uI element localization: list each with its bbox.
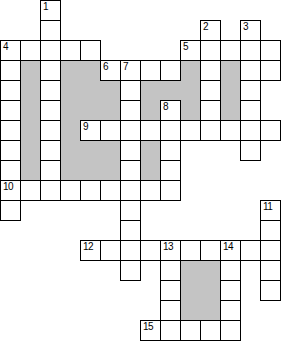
cell[interactable] (220, 320, 241, 341)
cell[interactable] (220, 300, 241, 321)
shaded-cell[interactable] (20, 80, 41, 101)
cell[interactable] (80, 40, 101, 61)
cell[interactable] (180, 120, 201, 141)
shaded-cell[interactable] (140, 80, 161, 101)
cell[interactable] (160, 160, 181, 181)
cell[interactable] (80, 180, 101, 201)
shaded-cell[interactable] (60, 160, 81, 181)
cell[interactable] (200, 240, 221, 261)
shaded-cell[interactable] (180, 280, 201, 301)
cell[interactable]: 14 (220, 240, 241, 261)
cell[interactable] (120, 240, 141, 261)
cell[interactable] (120, 100, 141, 121)
shaded-cell[interactable] (20, 140, 41, 161)
shaded-cell[interactable] (80, 80, 101, 101)
shaded-cell[interactable] (200, 260, 221, 281)
cell[interactable] (0, 200, 21, 221)
cell[interactable] (120, 200, 141, 221)
shaded-cell[interactable] (100, 100, 121, 121)
clue-number: 11 (263, 202, 272, 211)
cell[interactable] (40, 180, 61, 201)
cell[interactable] (0, 100, 21, 121)
cell[interactable]: 5 (180, 40, 201, 61)
clue-number: 5 (183, 42, 188, 51)
shaded-cell[interactable] (20, 100, 41, 121)
cell[interactable] (200, 100, 221, 121)
cell[interactable] (260, 240, 281, 261)
cell[interactable] (40, 160, 61, 181)
cell[interactable] (40, 40, 61, 61)
cell[interactable] (120, 120, 141, 141)
clue-number: 1 (43, 2, 48, 11)
cell[interactable] (240, 80, 261, 101)
shaded-cell[interactable] (140, 160, 161, 181)
cell[interactable] (200, 120, 221, 141)
clue-number: 10 (3, 182, 13, 191)
shaded-cell[interactable] (180, 60, 201, 81)
cell[interactable] (60, 40, 81, 61)
cell[interactable]: 15 (140, 320, 161, 341)
cell[interactable]: 9 (80, 120, 101, 141)
shaded-cell[interactable] (20, 160, 41, 181)
shaded-cell[interactable] (60, 120, 81, 141)
cell[interactable]: 1 (40, 0, 61, 21)
cell[interactable] (40, 120, 61, 141)
cell[interactable] (160, 280, 181, 301)
cell[interactable] (180, 240, 201, 261)
cell[interactable] (160, 120, 181, 141)
crossword-grid: 123456789101112131415 (0, 0, 281, 341)
shaded-cell[interactable] (140, 140, 161, 161)
cell[interactable]: 13 (160, 240, 181, 261)
shaded-cell[interactable] (180, 100, 201, 121)
cell[interactable] (40, 100, 61, 121)
cell[interactable] (0, 120, 21, 141)
cell[interactable] (200, 80, 221, 101)
cell[interactable] (160, 60, 181, 81)
cell[interactable] (160, 300, 181, 321)
clue-number: 14 (223, 242, 233, 251)
shaded-cell[interactable] (200, 300, 221, 321)
cell[interactable]: 4 (0, 40, 21, 61)
cell[interactable] (0, 80, 21, 101)
cell[interactable] (240, 40, 261, 61)
cell[interactable] (200, 40, 221, 61)
shaded-cell[interactable] (100, 80, 121, 101)
cell[interactable]: 8 (160, 100, 181, 121)
shaded-cell[interactable] (100, 160, 121, 181)
cell[interactable] (220, 280, 241, 301)
cell[interactable] (160, 320, 181, 341)
cell[interactable] (220, 120, 241, 141)
cell[interactable] (100, 120, 121, 141)
clue-number: 7 (123, 62, 128, 71)
clue-number: 12 (83, 242, 93, 251)
shaded-cell[interactable] (160, 80, 181, 101)
cell[interactable] (100, 180, 121, 201)
shaded-cell[interactable] (20, 60, 41, 81)
cell[interactable] (220, 40, 241, 61)
cell[interactable] (220, 260, 241, 281)
cell[interactable] (140, 60, 161, 81)
shaded-cell[interactable] (80, 160, 101, 181)
cell[interactable] (240, 140, 261, 161)
cell[interactable] (100, 240, 121, 261)
cell[interactable] (0, 160, 21, 181)
cell[interactable] (200, 320, 221, 341)
clue-number: 8 (163, 102, 168, 111)
shaded-cell[interactable] (180, 260, 201, 281)
cell[interactable] (240, 60, 261, 81)
clue-number: 15 (143, 322, 153, 331)
cell[interactable] (140, 120, 161, 141)
cell[interactable]: 11 (260, 200, 281, 221)
clue-number: 9 (83, 122, 88, 131)
cell[interactable] (260, 120, 281, 141)
cell[interactable] (140, 240, 161, 261)
cell[interactable] (260, 280, 281, 301)
cell[interactable] (200, 60, 221, 81)
shaded-cell[interactable] (80, 140, 101, 161)
cell[interactable] (40, 60, 61, 81)
cell[interactable] (140, 180, 161, 201)
shaded-cell[interactable] (100, 140, 121, 161)
cell[interactable] (120, 180, 141, 201)
cell[interactable] (120, 80, 141, 101)
shaded-cell[interactable] (200, 280, 221, 301)
shaded-cell[interactable] (60, 140, 81, 161)
cell[interactable] (40, 80, 61, 101)
cell[interactable] (0, 140, 21, 161)
cell[interactable] (40, 140, 61, 161)
cell[interactable] (160, 180, 181, 201)
cell[interactable] (240, 240, 261, 261)
clue-number: 13 (163, 242, 173, 251)
cell[interactable] (260, 260, 281, 281)
cell[interactable] (0, 60, 21, 81)
clue-number: 3 (243, 22, 248, 31)
cell[interactable] (160, 140, 181, 161)
clue-number: 2 (203, 22, 208, 31)
cell[interactable] (160, 260, 181, 281)
cell[interactable]: 6 (100, 60, 121, 81)
cell[interactable]: 3 (240, 20, 261, 41)
cell[interactable]: 2 (200, 20, 221, 41)
cell[interactable] (180, 320, 201, 341)
shaded-cell[interactable] (140, 100, 161, 121)
cell[interactable]: 7 (120, 60, 141, 81)
cell[interactable] (240, 120, 261, 141)
shaded-cell[interactable] (220, 80, 241, 101)
clue-number: 4 (3, 42, 8, 51)
shaded-cell[interactable] (20, 120, 41, 141)
cell[interactable] (260, 60, 281, 81)
cell[interactable] (260, 40, 281, 61)
cell[interactable] (260, 220, 281, 241)
cell[interactable] (20, 180, 41, 201)
cell[interactable] (120, 140, 141, 161)
shaded-cell[interactable] (60, 100, 81, 121)
cell[interactable] (120, 160, 141, 181)
shaded-cell[interactable] (220, 100, 241, 121)
shaded-cell[interactable] (80, 100, 101, 121)
cell[interactable] (60, 180, 81, 201)
cell[interactable]: 10 (0, 180, 21, 201)
cell[interactable] (20, 40, 41, 61)
shaded-cell[interactable] (180, 300, 201, 321)
shaded-cell[interactable] (60, 80, 81, 101)
cell[interactable] (120, 220, 141, 241)
shaded-cell[interactable] (220, 60, 241, 81)
cell[interactable] (40, 20, 61, 41)
cell[interactable] (240, 100, 261, 121)
clue-number: 6 (103, 62, 108, 71)
shaded-cell[interactable] (60, 60, 81, 81)
cell[interactable] (120, 260, 141, 281)
cell[interactable]: 12 (80, 240, 101, 261)
shaded-cell[interactable] (80, 60, 101, 81)
shaded-cell[interactable] (180, 80, 201, 101)
